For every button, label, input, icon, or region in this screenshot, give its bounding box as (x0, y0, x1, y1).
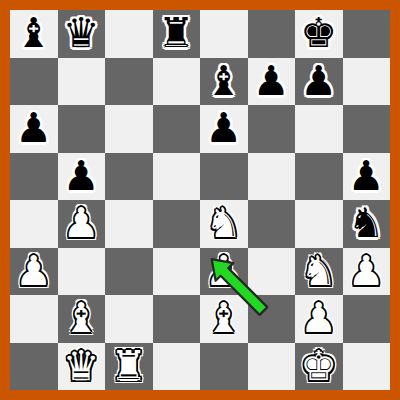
square-e5[interactable] (200, 153, 248, 201)
square-d5[interactable] (153, 153, 201, 201)
square-f1[interactable] (248, 343, 296, 391)
piece-black-pawn[interactable]: ♟ (253, 61, 290, 102)
square-g7[interactable]: ♟ (295, 58, 343, 106)
piece-white-pawn[interactable]: ♟ (205, 251, 242, 292)
square-a4[interactable] (10, 200, 58, 248)
piece-white-knight[interactable]: ♞ (300, 251, 337, 292)
square-e1[interactable] (200, 343, 248, 391)
piece-white-knight[interactable]: ♞ (205, 203, 242, 244)
square-g1[interactable]: ♚ (295, 343, 343, 391)
square-d1[interactable] (153, 343, 201, 391)
square-b6[interactable] (58, 105, 106, 153)
piece-black-rook[interactable]: ♜ (158, 13, 195, 54)
square-c1[interactable]: ♜ (105, 343, 153, 391)
square-a3[interactable]: ♟ (10, 248, 58, 296)
square-g8[interactable]: ♚ (295, 10, 343, 58)
piece-white-queen[interactable]: ♛ (63, 346, 100, 387)
piece-black-bishop[interactable]: ♝ (15, 13, 52, 54)
square-g5[interactable] (295, 153, 343, 201)
square-c7[interactable] (105, 58, 153, 106)
square-a5[interactable] (10, 153, 58, 201)
square-c2[interactable] (105, 295, 153, 343)
chess-board: ♝♛♜♚♝♟♟♟♟♟♟♟♞♞♟♟♞♟♝♝♟♛♜♚ (10, 10, 390, 390)
square-f2[interactable] (248, 295, 296, 343)
piece-white-bishop[interactable]: ♝ (205, 298, 242, 339)
square-d4[interactable] (153, 200, 201, 248)
square-e4[interactable]: ♞ (200, 200, 248, 248)
piece-black-bishop[interactable]: ♝ (205, 61, 242, 102)
piece-black-pawn[interactable]: ♟ (300, 61, 337, 102)
square-g6[interactable] (295, 105, 343, 153)
square-b5[interactable]: ♟ (58, 153, 106, 201)
square-h3[interactable]: ♟ (343, 248, 391, 296)
square-d8[interactable]: ♜ (153, 10, 201, 58)
piece-white-pawn[interactable]: ♟ (15, 251, 52, 292)
board-frame: ♝♛♜♚♝♟♟♟♟♟♟♟♞♞♟♟♞♟♝♝♟♛♜♚ (0, 0, 400, 400)
piece-white-pawn[interactable]: ♟ (348, 251, 385, 292)
square-e7[interactable]: ♝ (200, 58, 248, 106)
square-f6[interactable] (248, 105, 296, 153)
square-a6[interactable]: ♟ (10, 105, 58, 153)
piece-white-rook[interactable]: ♜ (110, 346, 147, 387)
square-d2[interactable] (153, 295, 201, 343)
piece-black-pawn[interactable]: ♟ (15, 108, 52, 149)
square-h1[interactable] (343, 343, 391, 391)
square-h4[interactable]: ♞ (343, 200, 391, 248)
square-c8[interactable] (105, 10, 153, 58)
square-e8[interactable] (200, 10, 248, 58)
piece-black-king[interactable]: ♚ (300, 13, 337, 54)
square-e2[interactable]: ♝ (200, 295, 248, 343)
square-c5[interactable] (105, 153, 153, 201)
square-h2[interactable] (343, 295, 391, 343)
square-g4[interactable] (295, 200, 343, 248)
square-f8[interactable] (248, 10, 296, 58)
square-f5[interactable] (248, 153, 296, 201)
square-a7[interactable] (10, 58, 58, 106)
square-h7[interactable] (343, 58, 391, 106)
square-b2[interactable]: ♝ (58, 295, 106, 343)
square-a2[interactable] (10, 295, 58, 343)
square-b1[interactable]: ♛ (58, 343, 106, 391)
square-e6[interactable]: ♟ (200, 105, 248, 153)
square-b7[interactable] (58, 58, 106, 106)
square-g3[interactable]: ♞ (295, 248, 343, 296)
square-h6[interactable] (343, 105, 391, 153)
square-f3[interactable] (248, 248, 296, 296)
piece-black-queen[interactable]: ♛ (63, 13, 100, 54)
square-b8[interactable]: ♛ (58, 10, 106, 58)
piece-black-pawn[interactable]: ♟ (63, 156, 100, 197)
piece-black-pawn[interactable]: ♟ (205, 108, 242, 149)
piece-black-pawn[interactable]: ♟ (348, 156, 385, 197)
square-b3[interactable] (58, 248, 106, 296)
piece-white-king[interactable]: ♚ (300, 346, 337, 387)
square-g2[interactable]: ♟ (295, 295, 343, 343)
square-c6[interactable] (105, 105, 153, 153)
square-f7[interactable]: ♟ (248, 58, 296, 106)
square-d7[interactable] (153, 58, 201, 106)
square-c4[interactable] (105, 200, 153, 248)
square-h5[interactable]: ♟ (343, 153, 391, 201)
piece-white-pawn[interactable]: ♟ (300, 298, 337, 339)
square-c3[interactable] (105, 248, 153, 296)
piece-white-pawn[interactable]: ♟ (63, 203, 100, 244)
square-f4[interactable] (248, 200, 296, 248)
square-d6[interactable] (153, 105, 201, 153)
square-b4[interactable]: ♟ (58, 200, 106, 248)
square-e3[interactable]: ♟ (200, 248, 248, 296)
piece-white-bishop[interactable]: ♝ (63, 298, 100, 339)
square-a8[interactable]: ♝ (10, 10, 58, 58)
piece-black-knight[interactable]: ♞ (348, 203, 385, 244)
square-h8[interactable] (343, 10, 391, 58)
square-d3[interactable] (153, 248, 201, 296)
square-a1[interactable] (10, 343, 58, 391)
